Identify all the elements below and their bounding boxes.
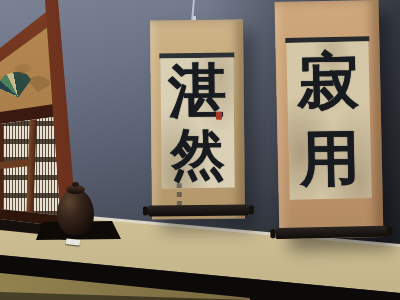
roller-knob	[143, 207, 148, 216]
calligraphy-character: 然	[161, 124, 235, 185]
scroll-roller-bar	[148, 204, 249, 216]
jar-lid-knob	[72, 182, 79, 187]
faint-fan-sketch	[27, 75, 51, 94]
scroll-roller-bar	[275, 226, 387, 239]
hanging-scroll-right: 寂 用	[275, 0, 384, 239]
calligraphy-character: 用	[288, 121, 371, 195]
tearoom-photo: 湛 然 寂 用	[0, 0, 400, 300]
roller-knob	[270, 229, 275, 238]
calligraphy-paper: 湛 然	[160, 58, 234, 189]
calligraphy-paper: 寂 用	[286, 41, 371, 200]
calligraphy-character: 湛	[160, 59, 234, 124]
calligraphy-character: 寂	[286, 43, 370, 121]
ceramic-jar	[57, 189, 94, 235]
hanging-scroll-left: 湛 然	[150, 20, 245, 220]
roller-knob	[249, 205, 254, 214]
painted-fan	[0, 68, 35, 101]
roller-knob	[387, 227, 392, 236]
red-seal-stamp	[216, 112, 222, 120]
